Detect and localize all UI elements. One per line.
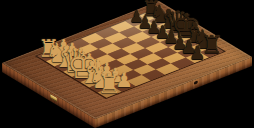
chess-board xyxy=(2,1,252,119)
board-frame xyxy=(2,1,252,119)
latch-dot-icon xyxy=(194,80,198,85)
chess-set-photo: ♜♞♝♛♚♝♞♜♟♟♟♟♟♟♟♟♟♟♟♟♟♟♟♟♜♞♝♛♚♝♞♜ xyxy=(0,0,254,128)
brass-hinge-icon xyxy=(50,94,57,102)
